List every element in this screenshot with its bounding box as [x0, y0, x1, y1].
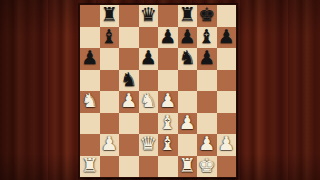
- square-c4[interactable]: ♟: [119, 91, 139, 113]
- square-f8[interactable]: ♜: [178, 5, 198, 27]
- square-d5[interactable]: [139, 70, 159, 92]
- black-knight-c5[interactable]: ♞: [120, 70, 137, 89]
- square-f1[interactable]: ♜: [178, 156, 198, 178]
- square-b8[interactable]: ♜: [100, 5, 120, 27]
- black-rook-b8[interactable]: ♜: [101, 5, 118, 24]
- black-pawn-g6[interactable]: ♟: [198, 48, 215, 67]
- black-bishop-b7[interactable]: ♝: [101, 27, 118, 46]
- square-h5[interactable]: [217, 70, 237, 92]
- square-g5[interactable]: [197, 70, 217, 92]
- square-e5[interactable]: [158, 70, 178, 92]
- square-c5[interactable]: ♞: [119, 70, 139, 92]
- square-c6[interactable]: [119, 48, 139, 70]
- square-c1[interactable]: [119, 156, 139, 178]
- square-e8[interactable]: [158, 5, 178, 27]
- square-h3[interactable]: [217, 113, 237, 135]
- black-pawn-a6[interactable]: ♟: [81, 48, 98, 67]
- white-bishop-e2[interactable]: ♝: [159, 134, 176, 153]
- black-king-g8[interactable]: ♚: [198, 5, 215, 24]
- black-pawn-h7[interactable]: ♟: [218, 27, 235, 46]
- square-e2[interactable]: ♝: [158, 134, 178, 156]
- square-h4[interactable]: [217, 91, 237, 113]
- square-e1[interactable]: [158, 156, 178, 178]
- square-d7[interactable]: [139, 27, 159, 49]
- square-c2[interactable]: [119, 134, 139, 156]
- square-b1[interactable]: [100, 156, 120, 178]
- white-bishop-e3[interactable]: ♝: [159, 113, 176, 132]
- white-pawn-h2[interactable]: ♟: [218, 134, 235, 153]
- white-queen-d2[interactable]: ♛: [140, 134, 157, 153]
- square-d8[interactable]: ♛: [139, 5, 159, 27]
- square-c7[interactable]: [119, 27, 139, 49]
- square-h1[interactable]: [217, 156, 237, 178]
- square-f5[interactable]: [178, 70, 198, 92]
- white-knight-a4[interactable]: ♞: [81, 91, 98, 110]
- square-d2[interactable]: ♛: [139, 134, 159, 156]
- square-f7[interactable]: ♟: [178, 27, 198, 49]
- white-rook-a1[interactable]: ♜: [81, 156, 98, 175]
- square-f3[interactable]: ♟: [178, 113, 198, 135]
- square-b2[interactable]: ♟: [100, 134, 120, 156]
- square-h2[interactable]: ♟: [217, 134, 237, 156]
- square-b7[interactable]: ♝: [100, 27, 120, 49]
- square-e4[interactable]: ♟: [158, 91, 178, 113]
- square-g3[interactable]: [197, 113, 217, 135]
- white-pawn-b2[interactable]: ♟: [101, 134, 118, 153]
- square-a4[interactable]: ♞: [80, 91, 100, 113]
- square-g2[interactable]: ♟: [197, 134, 217, 156]
- square-h6[interactable]: [217, 48, 237, 70]
- black-queen-d8[interactable]: ♛: [140, 5, 157, 24]
- square-c3[interactable]: [119, 113, 139, 135]
- square-g7[interactable]: ♝: [197, 27, 217, 49]
- white-pawn-f3[interactable]: ♟: [179, 113, 196, 132]
- black-rook-f8[interactable]: ♜: [179, 5, 196, 24]
- square-e3[interactable]: ♝: [158, 113, 178, 135]
- square-a5[interactable]: [80, 70, 100, 92]
- square-c8[interactable]: [119, 5, 139, 27]
- square-h7[interactable]: ♟: [217, 27, 237, 49]
- square-f4[interactable]: [178, 91, 198, 113]
- white-knight-d4[interactable]: ♞: [140, 91, 157, 110]
- square-a1[interactable]: ♜: [80, 156, 100, 178]
- square-a2[interactable]: [80, 134, 100, 156]
- square-b5[interactable]: [100, 70, 120, 92]
- black-knight-f6[interactable]: ♞: [179, 48, 196, 67]
- square-g4[interactable]: [197, 91, 217, 113]
- square-a6[interactable]: ♟: [80, 48, 100, 70]
- square-e6[interactable]: [158, 48, 178, 70]
- square-h8[interactable]: [217, 5, 237, 27]
- chess-board: ♜♛♜♚♝♟♟♝♟♟♟♞♟♞♞♟♞♟♝♟♟♛♝♟♟♜♜♚: [79, 4, 237, 178]
- square-e7[interactable]: ♟: [158, 27, 178, 49]
- square-g6[interactable]: ♟: [197, 48, 217, 70]
- white-rook-f1[interactable]: ♜: [179, 156, 196, 175]
- square-d3[interactable]: [139, 113, 159, 135]
- wood-background: ♜♛♜♚♝♟♟♝♟♟♟♞♟♞♞♟♞♟♝♟♟♛♝♟♟♜♜♚: [0, 0, 320, 180]
- square-a7[interactable]: [80, 27, 100, 49]
- square-f2[interactable]: [178, 134, 198, 156]
- white-king-g1[interactable]: ♚: [198, 156, 215, 175]
- square-a3[interactable]: [80, 113, 100, 135]
- square-g8[interactable]: ♚: [197, 5, 217, 27]
- square-a8[interactable]: [80, 5, 100, 27]
- square-f6[interactable]: ♞: [178, 48, 198, 70]
- square-d6[interactable]: ♟: [139, 48, 159, 70]
- white-pawn-c4[interactable]: ♟: [120, 91, 137, 110]
- square-d1[interactable]: [139, 156, 159, 178]
- white-pawn-e4[interactable]: ♟: [159, 91, 176, 110]
- square-d4[interactable]: ♞: [139, 91, 159, 113]
- black-bishop-g7[interactable]: ♝: [198, 27, 215, 46]
- square-b4[interactable]: [100, 91, 120, 113]
- white-pawn-g2[interactable]: ♟: [198, 134, 215, 153]
- square-b3[interactable]: [100, 113, 120, 135]
- black-pawn-d6[interactable]: ♟: [140, 48, 157, 67]
- square-b6[interactable]: [100, 48, 120, 70]
- black-pawn-e7[interactable]: ♟: [159, 27, 176, 46]
- square-g1[interactable]: ♚: [197, 156, 217, 178]
- black-pawn-f7[interactable]: ♟: [179, 27, 196, 46]
